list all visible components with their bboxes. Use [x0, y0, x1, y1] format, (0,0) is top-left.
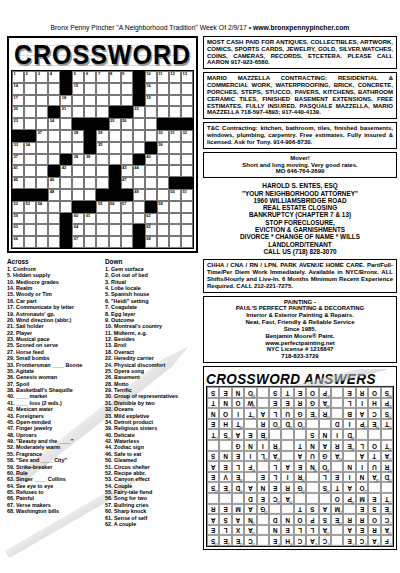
grid-cell[interactable]: 13 — [181, 71, 193, 83]
grid-cell[interactable] — [169, 95, 181, 107]
answer-cell-black — [281, 429, 293, 440]
cell-number: 48 — [351, 436, 354, 439]
grid-cell[interactable] — [145, 177, 157, 189]
grid-cell[interactable]: 28 — [72, 130, 84, 142]
grid-cell[interactable]: 7 — [96, 71, 108, 83]
cell-number: 38 — [74, 155, 78, 159]
answer-letter: S — [372, 506, 376, 512]
grid-cell[interactable] — [169, 106, 181, 118]
grid-cell[interactable] — [181, 83, 193, 95]
grid-cell[interactable] — [145, 189, 157, 201]
grid-cell[interactable]: 27 — [36, 130, 48, 142]
grid-cell[interactable] — [96, 95, 108, 107]
grid-cell[interactable]: 49 — [133, 189, 145, 201]
grid-cell[interactable]: 11 — [157, 71, 169, 83]
grid-cell[interactable] — [60, 130, 72, 142]
grid-cell[interactable] — [84, 165, 96, 177]
grid-cell-black — [60, 154, 72, 166]
answer-letter: E — [248, 431, 252, 437]
cell-number: 17 — [388, 521, 391, 524]
grid-cell[interactable]: 44 — [133, 165, 145, 177]
grid-cell[interactable] — [157, 224, 169, 236]
answer-cell: T — [281, 387, 293, 398]
cell-number: 4 — [50, 72, 52, 76]
grid-cell[interactable] — [133, 142, 145, 154]
grid-cell[interactable] — [84, 236, 96, 248]
grid-cell-black — [157, 118, 169, 130]
answer-cell: E — [257, 472, 269, 483]
answer-letter: A — [360, 410, 365, 416]
grid-cell[interactable]: 10 — [145, 71, 157, 83]
down-clue-62: 62. A couple — [105, 521, 198, 527]
grid-cell[interactable] — [72, 95, 84, 107]
grid-cell[interactable] — [109, 130, 121, 142]
grid-cell[interactable]: 31 — [169, 130, 181, 142]
answer-letter: O — [310, 389, 315, 395]
answer-cell: I — [356, 398, 368, 409]
grid-cell[interactable]: 22 — [133, 106, 145, 118]
grid-cell[interactable] — [48, 142, 60, 154]
grid-cell[interactable] — [96, 213, 108, 225]
grid-cell[interactable] — [157, 154, 169, 166]
answer-cell: D — [331, 419, 343, 430]
grid-cell[interactable] — [181, 142, 193, 154]
answer-letter: S — [323, 516, 327, 522]
grid-cell[interactable] — [36, 95, 48, 107]
ad-line: PAINTING - — [207, 299, 393, 306]
grid-cell[interactable]: 55 — [96, 201, 108, 213]
answer-cell: E — [269, 398, 281, 409]
grid-cell[interactable] — [36, 83, 48, 95]
grid-cell[interactable] — [169, 165, 181, 177]
grid-cell[interactable] — [36, 236, 48, 248]
crossword-column: CROSSWORD 123456789101112131415161718192… — [7, 36, 198, 527]
grid-cell[interactable] — [36, 142, 48, 154]
grid-cell[interactable] — [96, 154, 108, 166]
answer-letter: E — [360, 527, 364, 533]
grid-cell[interactable] — [157, 95, 169, 107]
grid-cell[interactable] — [48, 154, 60, 166]
cell-number: 20 — [14, 107, 18, 111]
answer-letter: T — [335, 484, 339, 490]
answer-cell: L — [306, 525, 318, 536]
cell-number: 64 — [74, 225, 78, 229]
answer-letter: R — [372, 527, 377, 533]
grid-cell[interactable] — [96, 177, 108, 189]
cell-number: 66 — [14, 237, 18, 241]
grid-cell[interactable] — [109, 154, 121, 166]
grid-cell[interactable] — [60, 118, 72, 130]
grid-cell[interactable] — [121, 95, 133, 107]
grid-cell[interactable] — [181, 224, 193, 236]
grid-cell[interactable] — [157, 213, 169, 225]
grid-cell[interactable] — [72, 177, 84, 189]
grid-cell[interactable] — [169, 142, 181, 154]
cell-number: 30 — [239, 489, 242, 492]
grid-cell[interactable] — [60, 201, 72, 213]
answer-cell: S — [306, 429, 318, 440]
grid-cell[interactable] — [60, 177, 72, 189]
cell-number: 58 — [158, 202, 162, 206]
grid-cell[interactable] — [84, 95, 96, 107]
grid-cell[interactable] — [72, 165, 84, 177]
grid-cell-black — [12, 189, 24, 201]
ad-pauls-perfect-painting: PAINTING -PAUL'S PERFECT PAINTING & DECO… — [203, 296, 397, 363]
grid-cell[interactable]: 53 — [24, 201, 36, 213]
grid-cell[interactable] — [24, 213, 36, 225]
cell-number: 59 — [388, 415, 391, 418]
grid-cell[interactable]: 47 — [121, 177, 133, 189]
grid-cell[interactable]: 1 — [12, 71, 24, 83]
grid-cell[interactable]: 19 — [145, 95, 157, 107]
grid-cell[interactable]: 43 — [121, 165, 133, 177]
grid-cell[interactable] — [181, 236, 193, 248]
answer-letter: E — [211, 474, 215, 480]
cell-number: 39 — [86, 155, 90, 159]
grid-cell[interactable] — [181, 95, 193, 107]
grid-cell[interactable] — [157, 165, 169, 177]
grid-cell[interactable] — [24, 224, 36, 236]
answer-letter: N — [273, 527, 278, 533]
grid-cell[interactable] — [169, 201, 181, 213]
grid-cell[interactable]: 33 — [12, 142, 24, 154]
grid-cell-black — [169, 118, 181, 130]
grid-cell[interactable]: 4 — [48, 71, 60, 83]
cell-number: 66 — [388, 394, 391, 397]
grid-cell[interactable] — [145, 165, 157, 177]
grid-cell[interactable] — [157, 106, 169, 118]
grid-cell[interactable]: 68 — [145, 236, 157, 248]
grid-cell[interactable] — [96, 83, 108, 95]
grid-cell[interactable] — [48, 95, 60, 107]
grid-cell[interactable] — [48, 236, 60, 248]
grid-cell[interactable] — [109, 142, 121, 154]
answer-letter: I — [336, 431, 338, 437]
grid-cell[interactable]: 56 — [109, 201, 121, 213]
answer-cell: O — [368, 440, 380, 451]
grid-cell[interactable]: 41 — [12, 165, 24, 177]
grid-cell[interactable]: 15 — [72, 83, 84, 95]
cell-number: 33 — [388, 478, 391, 481]
grid-cell[interactable] — [96, 224, 108, 236]
grid-cell[interactable] — [109, 83, 121, 95]
answer-cell: E — [207, 525, 219, 536]
grid-cell[interactable]: 51 — [181, 189, 193, 201]
ad-line: Mover! — [207, 155, 393, 162]
grid-cell[interactable] — [36, 224, 48, 236]
grid-cell[interactable] — [121, 130, 133, 142]
grid-cell[interactable] — [157, 189, 169, 201]
grid-cell[interactable]: 62 — [145, 213, 157, 225]
grid-cell[interactable]: 2 — [24, 71, 36, 83]
answer-cell: L — [219, 525, 231, 536]
grid-cell[interactable] — [169, 83, 181, 95]
grid-cell[interactable] — [36, 177, 48, 189]
grid-cell[interactable] — [24, 118, 36, 130]
grid-cell[interactable] — [84, 177, 96, 189]
grid-cell[interactable]: 66 — [12, 236, 24, 248]
cell-number: 41 — [388, 457, 391, 460]
answer-letter: R — [347, 516, 352, 522]
cell-number: 36 — [239, 478, 242, 481]
grid-cell[interactable]: 67 — [72, 236, 84, 248]
grid-cell[interactable] — [36, 154, 48, 166]
grid-cell[interactable]: 59 — [12, 213, 24, 225]
grid-cell[interactable] — [84, 224, 96, 236]
grid-cell[interactable] — [121, 142, 133, 154]
ad-line: DIVORCE * CHANGE OF NAME * WILLS — [206, 233, 394, 240]
cell-number: 44 — [134, 166, 138, 170]
answer-cell-black — [306, 482, 318, 493]
grid-cell[interactable]: 14 — [12, 83, 24, 95]
cell-number: 32 — [215, 489, 218, 492]
ad-line: MO 646-764-2699 — [207, 168, 393, 175]
grid-cell[interactable] — [133, 118, 145, 130]
grid-cell[interactable] — [24, 106, 36, 118]
answer-letter: E — [298, 389, 302, 395]
ad-line: "YOUR NEIGHBORHOOD ATTORNEY" — [206, 190, 394, 197]
grid-cell[interactable]: 46 — [48, 177, 60, 189]
answer-letter: L — [360, 442, 364, 448]
grid-cell[interactable] — [48, 224, 60, 236]
answer-cell: A — [244, 482, 256, 493]
grid-cell[interactable]: 34 — [24, 142, 36, 154]
answer-cell: S — [368, 504, 380, 515]
grid-cell[interactable]: 21 — [60, 106, 72, 118]
grid-cell[interactable] — [169, 154, 181, 166]
grid-cell[interactable]: 42 — [60, 165, 72, 177]
grid-cell[interactable] — [133, 213, 145, 225]
grid-cell[interactable]: 32 — [181, 130, 193, 142]
grid-cell[interactable] — [84, 83, 96, 95]
grid-cell[interactable]: 63 — [12, 224, 24, 236]
answer-letter: E — [347, 389, 351, 395]
answer-cell: E — [331, 472, 343, 483]
grid-cell[interactable] — [121, 83, 133, 95]
grid-cell[interactable] — [84, 106, 96, 118]
answer-cell: I — [281, 472, 293, 483]
answer-cell: A — [207, 461, 219, 472]
grid-cell-black — [169, 177, 181, 189]
grid-cell[interactable] — [157, 236, 169, 248]
grid-cell[interactable] — [121, 154, 133, 166]
cell-number: 47 — [277, 447, 280, 450]
grid-cell[interactable] — [109, 224, 121, 236]
answer-cell: O — [294, 514, 306, 525]
grid-cell[interactable] — [48, 130, 60, 142]
answer-letter: D — [248, 495, 253, 501]
answer-letter: N — [223, 453, 228, 459]
answer-letter: S — [310, 431, 314, 437]
grid-cell[interactable]: 45 — [12, 177, 24, 189]
grid-cell[interactable]: 65 — [145, 224, 157, 236]
grid-cell[interactable] — [181, 201, 193, 213]
grid-cell[interactable] — [96, 165, 108, 177]
grid-cell[interactable] — [145, 118, 157, 130]
grid-cell[interactable]: 60 — [72, 213, 84, 225]
grid-cell[interactable]: 9 — [121, 71, 133, 83]
answer-cell: 63P — [381, 398, 393, 409]
grid-cell[interactable]: 24 — [48, 118, 60, 130]
answer-letter: I — [237, 410, 239, 416]
answer-cell: S — [269, 387, 281, 398]
answer-cell: 27O — [356, 482, 368, 493]
answer-cell: S — [219, 514, 231, 525]
answer-cell: 3C — [356, 535, 368, 546]
answer-cell: 64A — [319, 398, 331, 409]
grid-cell[interactable]: 30 — [157, 130, 169, 142]
grid-cell[interactable] — [36, 118, 48, 130]
grid-cell[interactable] — [181, 213, 193, 225]
grid-cell[interactable] — [36, 165, 48, 177]
grid-cell[interactable] — [24, 154, 36, 166]
answer-cell: 55O — [294, 419, 306, 430]
cell-number: 13 — [215, 542, 218, 545]
grid-cell[interactable] — [72, 142, 84, 154]
ad-line: 718-823-3729 — [207, 353, 393, 360]
answer-cell: P — [306, 514, 318, 525]
answer-cell: I — [343, 472, 355, 483]
grid-cell[interactable] — [145, 130, 157, 142]
grid-cell-black — [96, 189, 108, 201]
answer-cell: E — [207, 472, 219, 483]
grid-cell[interactable]: 12 — [169, 71, 181, 83]
answer-letter: N — [323, 431, 328, 437]
cell-number: 46 — [50, 178, 54, 182]
grid-cell[interactable]: 16 — [145, 83, 157, 95]
grid-cell[interactable] — [72, 189, 84, 201]
cell-number: 8 — [291, 542, 293, 545]
grid-cell[interactable] — [48, 213, 60, 225]
answer-cell: A — [294, 451, 306, 462]
cell-number: 2 — [26, 72, 28, 76]
answer-cell-black — [356, 429, 368, 440]
answer-cell: R — [356, 514, 368, 525]
grid-cell[interactable]: 23 — [12, 118, 24, 130]
grid-cell[interactable]: 17 — [12, 95, 24, 107]
grid-cell[interactable] — [24, 177, 36, 189]
grid-cell[interactable] — [157, 83, 169, 95]
grid-cell[interactable] — [109, 95, 121, 107]
grid-cell[interactable] — [72, 106, 84, 118]
grid-cell[interactable] — [24, 95, 36, 107]
grid-cell[interactable]: 39 — [84, 154, 96, 166]
grid-cell[interactable] — [133, 201, 145, 213]
grid-cell[interactable]: 6 — [84, 71, 96, 83]
grid-cell[interactable]: 26 — [121, 118, 133, 130]
answer-letter: O — [335, 495, 340, 501]
grid-cell[interactable] — [181, 106, 193, 118]
cell-number: 48 — [50, 190, 54, 194]
grid-cell[interactable] — [60, 142, 72, 154]
grid-cell[interactable] — [121, 236, 133, 248]
cell-number: 54 — [38, 202, 42, 206]
grid-cell[interactable]: 8 — [109, 71, 121, 83]
cell-number: 47 — [122, 178, 126, 182]
grid-cell[interactable]: 25 — [109, 118, 121, 130]
grid-cell[interactable] — [121, 213, 133, 225]
grid-cell[interactable] — [96, 106, 108, 118]
answer-cell: S — [207, 451, 219, 462]
grid-cell[interactable] — [121, 224, 133, 236]
answer-letter: E — [223, 463, 227, 469]
answer-cell: 57O — [269, 419, 281, 430]
grid-cell[interactable] — [181, 165, 193, 177]
grid-cell[interactable] — [169, 224, 181, 236]
grid-cell[interactable]: 18 — [60, 95, 72, 107]
ad-line: Neat, Fast, Friendly & Reliable Service — [207, 319, 393, 326]
grid-cell[interactable] — [24, 236, 36, 248]
grid-cell[interactable] — [24, 165, 36, 177]
grid-cell[interactable]: 57 — [121, 201, 133, 213]
grid-cell[interactable]: 58 — [157, 201, 169, 213]
grid-cell[interactable] — [60, 189, 72, 201]
grid-cell[interactable]: 36 — [157, 142, 169, 154]
grid-cell[interactable]: 29 — [96, 130, 108, 142]
ad-line: LANDLORD/TENANT — [206, 241, 394, 248]
grid-cell[interactable]: 52 — [12, 201, 24, 213]
grid-cell[interactable]: 40 — [145, 154, 157, 166]
grid-cell[interactable]: 38 — [72, 154, 84, 166]
grid-cell[interactable]: 48 — [48, 189, 60, 201]
grid-cell[interactable] — [36, 106, 48, 118]
grid-cell[interactable] — [181, 154, 193, 166]
grid-cell[interactable] — [133, 130, 145, 142]
answer-letter: E — [285, 527, 289, 533]
grid-cell[interactable] — [145, 106, 157, 118]
grid-cell[interactable] — [133, 177, 145, 189]
answer-letter: A — [360, 453, 365, 459]
grid-cell[interactable] — [169, 213, 181, 225]
answer-letter: N — [223, 400, 228, 406]
grid-cell-black — [60, 71, 72, 83]
grid-cell[interactable]: 35 — [96, 142, 108, 154]
grid-cell[interactable] — [169, 236, 181, 248]
grid-cell[interactable] — [36, 213, 48, 225]
answer-letter: A — [211, 463, 216, 469]
cell-number: 61 — [86, 214, 90, 218]
grid-cell[interactable] — [24, 83, 36, 95]
answer-cell: I — [356, 461, 368, 472]
answer-cell: 35R — [294, 472, 306, 483]
grid-cell[interactable]: 3 — [36, 71, 48, 83]
cell-number: 64 — [326, 404, 329, 407]
answer-letter: U — [285, 410, 290, 416]
grid-cell[interactable]: 5 — [72, 71, 84, 83]
grid-cell[interactable]: 50 — [169, 189, 181, 201]
answer-letter: N — [211, 410, 216, 416]
grid-cell[interactable] — [157, 177, 169, 189]
grid-cell[interactable] — [109, 213, 121, 225]
grid-cell[interactable]: 54 — [36, 201, 48, 213]
answer-cell-black — [232, 493, 244, 504]
grid-cell[interactable]: 61 — [84, 213, 96, 225]
grid-cell[interactable] — [48, 201, 60, 213]
answer-letter: H — [285, 537, 290, 543]
grid-cell[interactable] — [109, 236, 121, 248]
answer-cell-black — [281, 440, 293, 451]
grid-cell[interactable] — [48, 83, 60, 95]
answer-letter: E — [223, 389, 227, 395]
cell-number: 50 — [170, 190, 174, 194]
crossword-answers-grid: 1F2A3C4E5C6A7C8H9E10C11E12E13S14AREA15AL… — [206, 386, 394, 547]
grid-cell[interactable]: 37 — [12, 154, 24, 166]
grid-cell[interactable]: 64 — [72, 224, 84, 236]
grid-cell[interactable] — [84, 189, 96, 201]
grid-cell[interactable] — [96, 236, 108, 248]
grid-cell[interactable]: 20 — [12, 106, 24, 118]
cell-number: 60 — [74, 214, 78, 218]
